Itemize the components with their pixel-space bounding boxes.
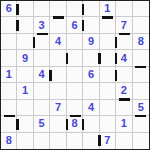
cell-r2c6[interactable] — [83, 17, 99, 33]
cell-r8c5: 8 — [67, 116, 83, 132]
consecutive-bar-horizontal — [119, 98, 130, 101]
cell-r8c3: 5 — [34, 116, 50, 132]
consecutive-bar-horizontal — [53, 16, 64, 19]
cell-r9c6[interactable] — [83, 133, 99, 149]
cell-r8c2[interactable] — [17, 116, 33, 132]
cell-r3c9: 8 — [133, 34, 149, 50]
cell-r8c4[interactable] — [50, 116, 66, 132]
cell-r1c1: 6 — [1, 1, 17, 17]
cell-r7c7[interactable] — [100, 100, 116, 116]
cell-r9c9[interactable] — [133, 133, 149, 149]
cell-r7c4: 7 — [50, 100, 66, 116]
cell-r1c2[interactable] — [17, 1, 33, 17]
cell-r8c1[interactable] — [1, 116, 17, 132]
consecutive-bar-horizontal — [4, 115, 15, 118]
cell-r4c5[interactable] — [67, 50, 83, 66]
consecutive-bar-horizontal — [119, 33, 130, 36]
cell-r4c8: 4 — [116, 50, 132, 66]
cell-r3c7[interactable] — [100, 34, 116, 50]
consecutive-bar-vertical — [82, 119, 85, 130]
consecutive-bar-vertical — [82, 20, 85, 31]
cell-r8c7[interactable] — [100, 116, 116, 132]
cell-r6c2: 1 — [17, 83, 33, 99]
consecutive-bar-vertical — [98, 53, 101, 64]
cell-r9c8[interactable] — [116, 133, 132, 149]
cell-r7c9: 5 — [133, 100, 149, 116]
cell-r1c4[interactable] — [50, 1, 66, 17]
cell-r5c6: 6 — [83, 67, 99, 83]
cell-r6c8: 2 — [116, 83, 132, 99]
cell-r3c6: 9 — [83, 34, 99, 50]
cell-r5c9[interactable] — [133, 67, 149, 83]
cell-r3c1[interactable] — [1, 34, 17, 50]
consecutive-bar-vertical — [16, 20, 19, 31]
cell-r4c9[interactable] — [133, 50, 149, 66]
cell-r6c7[interactable] — [100, 83, 116, 99]
cell-r5c1: 1 — [1, 67, 17, 83]
cell-r7c6: 4 — [83, 100, 99, 116]
consecutive-bar-horizontal — [37, 33, 48, 36]
consecutive-bar-horizontal — [102, 16, 113, 19]
puzzle-board: 61367498941461274558187 — [0, 0, 150, 150]
cell-r6c3[interactable] — [34, 83, 50, 99]
cell-r5c3: 4 — [34, 67, 50, 83]
cell-r3c2[interactable] — [17, 34, 33, 50]
cell-r6c9[interactable] — [133, 83, 149, 99]
cell-r6c5[interactable] — [67, 83, 83, 99]
consecutive-bar-vertical — [115, 70, 118, 81]
cell-r9c1: 8 — [1, 133, 17, 149]
cell-r4c2: 9 — [17, 50, 33, 66]
consecutive-bar-vertical — [115, 37, 118, 48]
consecutive-bar-vertical — [115, 53, 118, 64]
cell-r1c6[interactable] — [83, 1, 99, 17]
cell-r6c1[interactable] — [1, 83, 17, 99]
cell-r3c5[interactable] — [67, 34, 83, 50]
cell-r2c3: 3 — [34, 17, 50, 33]
cell-r8c9[interactable] — [133, 116, 149, 132]
cell-r2c5: 6 — [67, 17, 83, 33]
cell-r5c5[interactable] — [67, 67, 83, 83]
cell-r1c7: 1 — [100, 1, 116, 17]
cell-r4c3[interactable] — [34, 50, 50, 66]
cell-r2c9[interactable] — [133, 17, 149, 33]
cell-r3c3[interactable] — [34, 34, 50, 50]
cell-r7c5[interactable] — [67, 100, 83, 116]
consecutive-bar-vertical — [49, 70, 52, 81]
cell-r5c4[interactable] — [50, 67, 66, 83]
cell-r4c4[interactable] — [50, 50, 66, 66]
cell-r5c8[interactable] — [116, 67, 132, 83]
consecutive-bar-horizontal — [135, 115, 146, 118]
consecutive-bar-vertical — [98, 135, 101, 146]
consecutive-bar-vertical — [16, 119, 19, 130]
consecutive-bar-horizontal — [70, 115, 81, 118]
cell-r9c3[interactable] — [34, 133, 50, 149]
cell-r2c1[interactable] — [1, 17, 17, 33]
cell-r7c3[interactable] — [34, 100, 50, 116]
cell-r2c4[interactable] — [50, 17, 66, 33]
consecutive-bar-vertical — [66, 53, 69, 64]
cell-r2c2[interactable] — [17, 17, 33, 33]
cell-r2c8: 7 — [116, 17, 132, 33]
cell-r8c8: 1 — [116, 116, 132, 132]
cell-r1c8[interactable] — [116, 1, 132, 17]
cell-r1c9[interactable] — [133, 1, 149, 17]
cell-r7c8[interactable] — [116, 100, 132, 116]
cell-r7c2[interactable] — [17, 100, 33, 116]
consecutive-bar-horizontal — [135, 66, 146, 69]
puzzle-grid: 61367498941461274558187 — [1, 1, 149, 149]
cell-r5c7[interactable] — [100, 67, 116, 83]
cell-r4c1[interactable] — [1, 50, 17, 66]
cell-r9c5[interactable] — [67, 133, 83, 149]
cell-r5c2[interactable] — [17, 67, 33, 83]
cell-r8c6[interactable] — [83, 116, 99, 132]
cell-r2c7[interactable] — [100, 17, 116, 33]
cell-r6c4[interactable] — [50, 83, 66, 99]
cell-r9c2[interactable] — [17, 133, 33, 149]
consecutive-bar-vertical — [16, 4, 19, 15]
cell-r9c4[interactable] — [50, 133, 66, 149]
consecutive-bar-vertical — [33, 37, 36, 48]
cell-r3c4: 4 — [50, 34, 66, 50]
cell-r1c3[interactable] — [34, 1, 50, 17]
cell-r3c8[interactable] — [116, 34, 132, 50]
cell-r9c7: 7 — [100, 133, 116, 149]
cell-r1c5[interactable] — [67, 1, 83, 17]
cell-r6c6[interactable] — [83, 83, 99, 99]
cell-r7c1[interactable] — [1, 100, 17, 116]
consecutive-bar-vertical — [66, 119, 69, 130]
cell-r4c6[interactable] — [83, 50, 99, 66]
consecutive-bar-vertical — [82, 4, 85, 15]
cell-r4c7[interactable] — [100, 50, 116, 66]
